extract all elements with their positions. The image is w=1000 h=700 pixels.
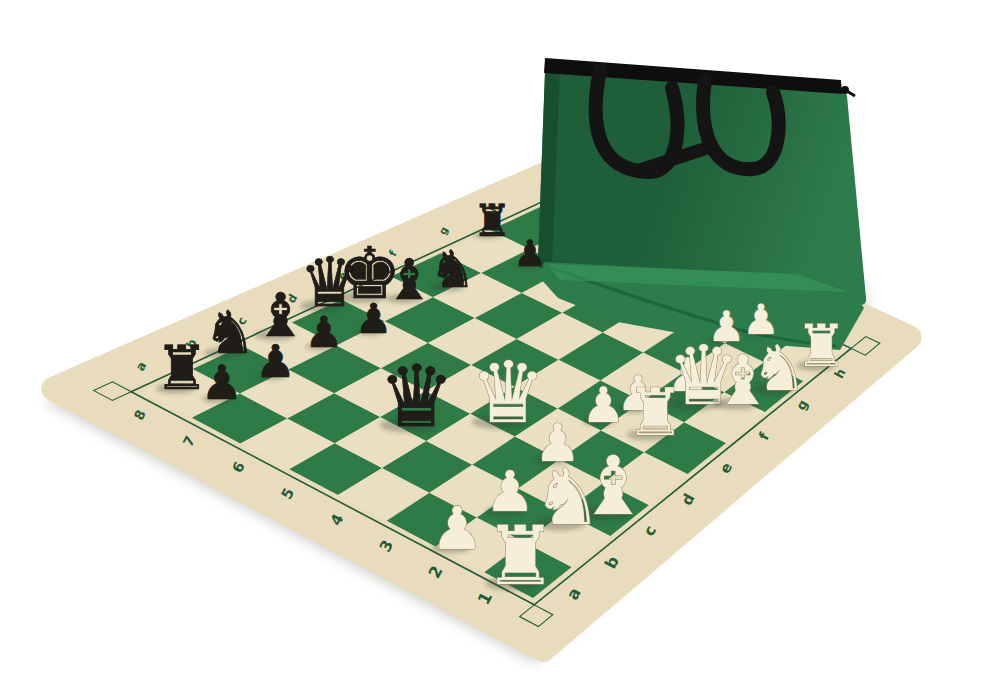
piece-white-pawn-d2[interactable]: ♟ (581, 377, 625, 434)
chess-set-product-photo: aa8bb7cc6dd5ee4ff3gg2hh1♜♟♞♚♝♛♟♟♝♟♟♞♜♟♜♞… (0, 0, 1000, 700)
piece-glyph-pawn: ♟ (255, 335, 296, 388)
piece-glyph-pawn: ♟ (201, 355, 243, 410)
piece-glyph-rook: ♜ (484, 508, 557, 603)
piece-glyph-bishop: ♝ (712, 341, 773, 420)
piece-glyph-knight: ♞ (429, 239, 475, 299)
piece-black-pawn-b7[interactable]: ♟ (255, 335, 296, 388)
piece-glyph-pawn: ♟ (431, 494, 484, 563)
piece-glyph-pawn: ♟ (355, 294, 392, 343)
piece-black-pawn-c7[interactable]: ♟ (305, 307, 343, 357)
piece-glyph-queen: ♛ (378, 347, 454, 446)
piece-black-rook-h8[interactable]: ♜ (473, 195, 512, 246)
piece-black-pawn-h7[interactable]: ♟ (514, 233, 546, 275)
piece-black-pawn-d7[interactable]: ♟ (355, 294, 392, 343)
piece-glyph-pawn: ♟ (581, 377, 625, 434)
piece-white-rook-a1[interactable]: ♜ (484, 508, 557, 603)
piece-glyph-rook: ♜ (473, 195, 512, 246)
scene-canvas: aa8bb7cc6dd5ee4ff3gg2hh1♜♟♞♚♝♛♟♟♝♟♟♞♜♟♜♞… (0, 0, 1000, 700)
piece-black-queen-c5[interactable]: ♛ (378, 347, 454, 446)
piece-white-pawn-a2[interactable]: ♟ (431, 494, 484, 563)
piece-white-bishop-f1[interactable]: ♝ (712, 341, 773, 420)
piece-black-knight-g8[interactable]: ♞ (429, 239, 475, 299)
piece-glyph-pawn: ♟ (305, 307, 343, 357)
piece-black-pawn-a7[interactable]: ♟ (201, 355, 243, 410)
piece-glyph-pawn: ♟ (514, 233, 546, 275)
